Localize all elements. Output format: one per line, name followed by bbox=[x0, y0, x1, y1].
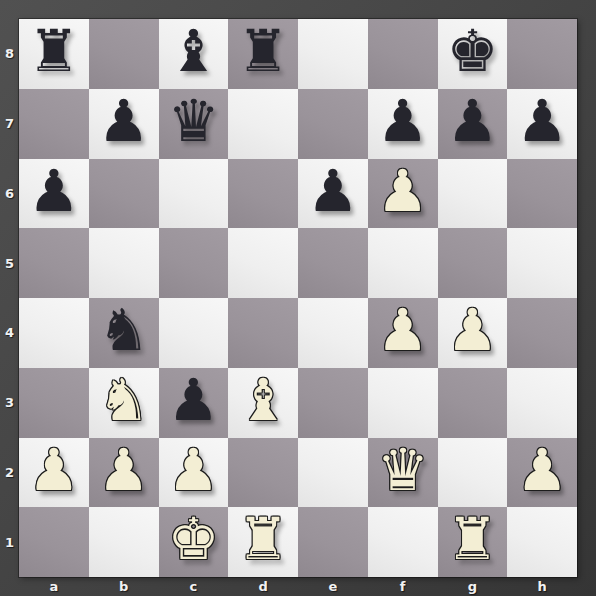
piece-white-pawn: ♟ bbox=[167, 436, 219, 506]
rank-label-2: 2 bbox=[0, 438, 19, 508]
rank-label-7: 7 bbox=[0, 89, 19, 159]
square-e5[interactable] bbox=[298, 228, 368, 298]
square-b1[interactable] bbox=[89, 507, 159, 577]
rank-label-6: 6 bbox=[0, 159, 19, 229]
square-f3[interactable] bbox=[368, 368, 438, 438]
square-d4[interactable] bbox=[228, 298, 298, 368]
rank-label-5: 5 bbox=[0, 228, 19, 298]
square-b3[interactable]: ♞ bbox=[89, 368, 159, 438]
file-label-a: a bbox=[19, 577, 89, 596]
square-c1[interactable]: ♚ bbox=[159, 507, 229, 577]
square-a3[interactable] bbox=[19, 368, 89, 438]
square-a2[interactable]: ♟ bbox=[19, 438, 89, 508]
square-h1[interactable] bbox=[507, 507, 577, 577]
square-h5[interactable] bbox=[507, 228, 577, 298]
square-f6[interactable]: ♟ bbox=[368, 159, 438, 229]
square-e1[interactable] bbox=[298, 507, 368, 577]
square-h2[interactable]: ♟ bbox=[507, 438, 577, 508]
chess-board: ♜♝♜♚♟♛♟♟♟♟♟♟♞♟♟♞♟♝♟♟♟♛♟♚♜♜ bbox=[19, 19, 577, 577]
square-g4[interactable]: ♟ bbox=[438, 298, 508, 368]
piece-black-pawn: ♟ bbox=[516, 87, 568, 157]
square-d8[interactable]: ♜ bbox=[228, 19, 298, 89]
square-d6[interactable] bbox=[228, 159, 298, 229]
square-f4[interactable]: ♟ bbox=[368, 298, 438, 368]
square-e8[interactable] bbox=[298, 19, 368, 89]
square-a7[interactable] bbox=[19, 89, 89, 159]
piece-black-queen: ♛ bbox=[167, 87, 219, 157]
square-a1[interactable] bbox=[19, 507, 89, 577]
square-e6[interactable]: ♟ bbox=[298, 159, 368, 229]
square-g7[interactable]: ♟ bbox=[438, 89, 508, 159]
piece-black-pawn: ♟ bbox=[98, 87, 150, 157]
piece-black-pawn: ♟ bbox=[377, 87, 429, 157]
piece-black-bishop: ♝ bbox=[167, 17, 219, 87]
rank-label-8: 8 bbox=[0, 19, 19, 89]
square-e2[interactable] bbox=[298, 438, 368, 508]
piece-black-pawn: ♟ bbox=[28, 157, 80, 227]
square-c3[interactable]: ♟ bbox=[159, 368, 229, 438]
square-h8[interactable] bbox=[507, 19, 577, 89]
square-h7[interactable]: ♟ bbox=[507, 89, 577, 159]
square-c8[interactable]: ♝ bbox=[159, 19, 229, 89]
piece-black-king: ♚ bbox=[446, 17, 498, 87]
rank-label-1: 1 bbox=[0, 507, 19, 577]
piece-white-pawn: ♟ bbox=[377, 296, 429, 366]
piece-black-rook: ♜ bbox=[28, 17, 80, 87]
square-c7[interactable]: ♛ bbox=[159, 89, 229, 159]
piece-white-pawn: ♟ bbox=[446, 296, 498, 366]
square-c6[interactable] bbox=[159, 159, 229, 229]
file-label-g: g bbox=[438, 577, 508, 596]
rank-label-4: 4 bbox=[0, 298, 19, 368]
square-e4[interactable] bbox=[298, 298, 368, 368]
square-f7[interactable]: ♟ bbox=[368, 89, 438, 159]
square-f2[interactable]: ♛ bbox=[368, 438, 438, 508]
square-c5[interactable] bbox=[159, 228, 229, 298]
piece-white-pawn: ♟ bbox=[377, 157, 429, 227]
square-c4[interactable] bbox=[159, 298, 229, 368]
piece-white-rook: ♜ bbox=[446, 505, 498, 575]
square-b8[interactable] bbox=[89, 19, 159, 89]
square-a6[interactable]: ♟ bbox=[19, 159, 89, 229]
piece-black-pawn: ♟ bbox=[167, 366, 219, 436]
square-f5[interactable] bbox=[368, 228, 438, 298]
piece-white-pawn: ♟ bbox=[28, 436, 80, 506]
square-d3[interactable]: ♝ bbox=[228, 368, 298, 438]
piece-black-pawn: ♟ bbox=[446, 87, 498, 157]
square-g1[interactable]: ♜ bbox=[438, 507, 508, 577]
square-h4[interactable] bbox=[507, 298, 577, 368]
piece-white-knight: ♞ bbox=[98, 366, 150, 436]
file-label-f: f bbox=[368, 577, 438, 596]
square-b5[interactable] bbox=[89, 228, 159, 298]
chess-board-window: ♜♝♜♚♟♛♟♟♟♟♟♟♞♟♟♞♟♝♟♟♟♛♟♚♜♜ 87654321abcde… bbox=[0, 0, 596, 596]
square-d5[interactable] bbox=[228, 228, 298, 298]
square-e7[interactable] bbox=[298, 89, 368, 159]
square-g6[interactable] bbox=[438, 159, 508, 229]
square-d2[interactable] bbox=[228, 438, 298, 508]
piece-white-pawn: ♟ bbox=[98, 436, 150, 506]
square-d1[interactable]: ♜ bbox=[228, 507, 298, 577]
file-label-h: h bbox=[507, 577, 577, 596]
square-h6[interactable] bbox=[507, 159, 577, 229]
square-g3[interactable] bbox=[438, 368, 508, 438]
square-b2[interactable]: ♟ bbox=[89, 438, 159, 508]
square-g2[interactable] bbox=[438, 438, 508, 508]
piece-black-rook: ♜ bbox=[237, 17, 289, 87]
square-c2[interactable]: ♟ bbox=[159, 438, 229, 508]
square-a8[interactable]: ♜ bbox=[19, 19, 89, 89]
piece-white-bishop: ♝ bbox=[237, 366, 289, 436]
square-e3[interactable] bbox=[298, 368, 368, 438]
piece-white-rook: ♜ bbox=[237, 505, 289, 575]
piece-black-pawn: ♟ bbox=[307, 157, 359, 227]
square-g8[interactable]: ♚ bbox=[438, 19, 508, 89]
square-a5[interactable] bbox=[19, 228, 89, 298]
file-label-e: e bbox=[298, 577, 368, 596]
square-d7[interactable] bbox=[228, 89, 298, 159]
square-g5[interactable] bbox=[438, 228, 508, 298]
file-label-d: d bbox=[228, 577, 298, 596]
square-f8[interactable] bbox=[368, 19, 438, 89]
square-f1[interactable] bbox=[368, 507, 438, 577]
piece-white-queen: ♛ bbox=[377, 436, 429, 506]
square-b6[interactable] bbox=[89, 159, 159, 229]
piece-black-knight: ♞ bbox=[98, 296, 150, 366]
piece-white-king: ♚ bbox=[167, 505, 219, 575]
square-b7[interactable]: ♟ bbox=[89, 89, 159, 159]
square-a4[interactable] bbox=[19, 298, 89, 368]
piece-white-pawn: ♟ bbox=[516, 436, 568, 506]
file-label-b: b bbox=[89, 577, 159, 596]
rank-label-3: 3 bbox=[0, 368, 19, 438]
square-b4[interactable]: ♞ bbox=[89, 298, 159, 368]
file-label-c: c bbox=[159, 577, 229, 596]
square-h3[interactable] bbox=[507, 368, 577, 438]
